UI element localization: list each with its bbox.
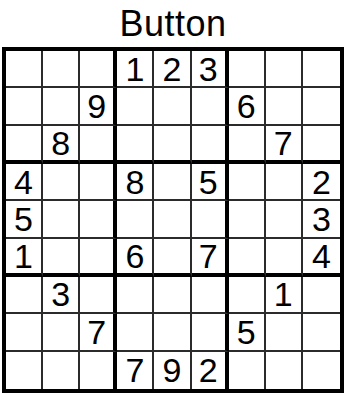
cell-r2c4[interactable] <box>117 88 154 125</box>
cell-r7c7[interactable] <box>229 277 266 314</box>
cell-r7c6[interactable] <box>192 277 229 314</box>
cell-r3c5[interactable] <box>154 126 191 164</box>
page-title: Button <box>0 0 346 47</box>
cell-r5c1[interactable]: 5 <box>6 201 43 238</box>
cell-r9c2[interactable] <box>43 352 80 389</box>
cell-r8c2[interactable] <box>43 314 80 351</box>
cell-r8c8[interactable] <box>266 314 303 351</box>
cell-r9c1[interactable] <box>6 352 43 389</box>
cell-r8c6[interactable] <box>192 314 229 351</box>
cell-r2c2[interactable] <box>43 88 80 125</box>
cell-r7c8[interactable]: 1 <box>266 277 303 314</box>
cell-r2c5[interactable] <box>154 88 191 125</box>
cell-r2c9[interactable] <box>303 88 340 125</box>
cell-r2c1[interactable] <box>6 88 43 125</box>
cell-r4c5[interactable] <box>154 164 191 201</box>
cell-r2c6[interactable] <box>192 88 229 125</box>
cell-r6c8[interactable] <box>266 239 303 277</box>
cell-r7c1[interactable] <box>6 277 43 314</box>
cell-r4c7[interactable] <box>229 164 266 201</box>
cell-r1c1[interactable] <box>6 51 43 88</box>
cell-r8c9[interactable] <box>303 314 340 351</box>
cell-r1c2[interactable] <box>43 51 80 88</box>
cell-r5c5[interactable] <box>154 201 191 238</box>
cell-r2c8[interactable] <box>266 88 303 125</box>
cell-r9c6[interactable]: 2 <box>192 352 229 389</box>
sudoku-board: 123968748525316743175792 <box>2 47 344 393</box>
cell-r8c7[interactable]: 5 <box>229 314 266 351</box>
cell-r3c6[interactable] <box>192 126 229 164</box>
cell-r5c7[interactable] <box>229 201 266 238</box>
cell-r4c9[interactable]: 2 <box>303 164 340 201</box>
cell-r6c1[interactable]: 1 <box>6 239 43 277</box>
cell-r6c7[interactable] <box>229 239 266 277</box>
cell-r8c3[interactable]: 7 <box>80 314 117 351</box>
cell-r1c5[interactable]: 2 <box>154 51 191 88</box>
cell-r6c6[interactable]: 7 <box>192 239 229 277</box>
cell-r7c9[interactable] <box>303 277 340 314</box>
cell-r3c1[interactable] <box>6 126 43 164</box>
cell-r3c4[interactable] <box>117 126 154 164</box>
cell-r5c3[interactable] <box>80 201 117 238</box>
cell-r2c3[interactable]: 9 <box>80 88 117 125</box>
cell-r9c5[interactable]: 9 <box>154 352 191 389</box>
cell-r9c9[interactable] <box>303 352 340 389</box>
cell-r4c3[interactable] <box>80 164 117 201</box>
cell-r5c9[interactable]: 3 <box>303 201 340 238</box>
cell-r6c2[interactable] <box>43 239 80 277</box>
cell-r4c4[interactable]: 8 <box>117 164 154 201</box>
cell-r6c9[interactable]: 4 <box>303 239 340 277</box>
cell-r7c5[interactable] <box>154 277 191 314</box>
cell-r5c2[interactable] <box>43 201 80 238</box>
cell-r9c4[interactable]: 7 <box>117 352 154 389</box>
cell-r8c4[interactable] <box>117 314 154 351</box>
cell-r3c9[interactable] <box>303 126 340 164</box>
cell-r6c5[interactable] <box>154 239 191 277</box>
cell-r6c3[interactable] <box>80 239 117 277</box>
cell-r3c8[interactable]: 7 <box>266 126 303 164</box>
cell-r9c3[interactable] <box>80 352 117 389</box>
cell-r9c7[interactable] <box>229 352 266 389</box>
cell-r1c7[interactable] <box>229 51 266 88</box>
cell-r5c6[interactable] <box>192 201 229 238</box>
cell-r8c5[interactable] <box>154 314 191 351</box>
cell-r4c8[interactable] <box>266 164 303 201</box>
cell-r4c1[interactable]: 4 <box>6 164 43 201</box>
cell-r1c3[interactable] <box>80 51 117 88</box>
cell-r5c4[interactable] <box>117 201 154 238</box>
cell-r9c8[interactable] <box>266 352 303 389</box>
cell-r1c9[interactable] <box>303 51 340 88</box>
cell-r7c3[interactable] <box>80 277 117 314</box>
cell-r3c2[interactable]: 8 <box>43 126 80 164</box>
cell-r1c8[interactable] <box>266 51 303 88</box>
cell-r3c7[interactable] <box>229 126 266 164</box>
cell-r1c4[interactable]: 1 <box>117 51 154 88</box>
cell-r2c7[interactable]: 6 <box>229 88 266 125</box>
cell-r3c3[interactable] <box>80 126 117 164</box>
sudoku-page: Button 123968748525316743175792 <box>0 0 346 401</box>
cell-r6c4[interactable]: 6 <box>117 239 154 277</box>
cell-r8c1[interactable] <box>6 314 43 351</box>
cell-r4c2[interactable] <box>43 164 80 201</box>
cell-r4c6[interactable]: 5 <box>192 164 229 201</box>
cell-r5c8[interactable] <box>266 201 303 238</box>
cell-r7c4[interactable] <box>117 277 154 314</box>
cell-r7c2[interactable]: 3 <box>43 277 80 314</box>
cell-r1c6[interactable]: 3 <box>192 51 229 88</box>
